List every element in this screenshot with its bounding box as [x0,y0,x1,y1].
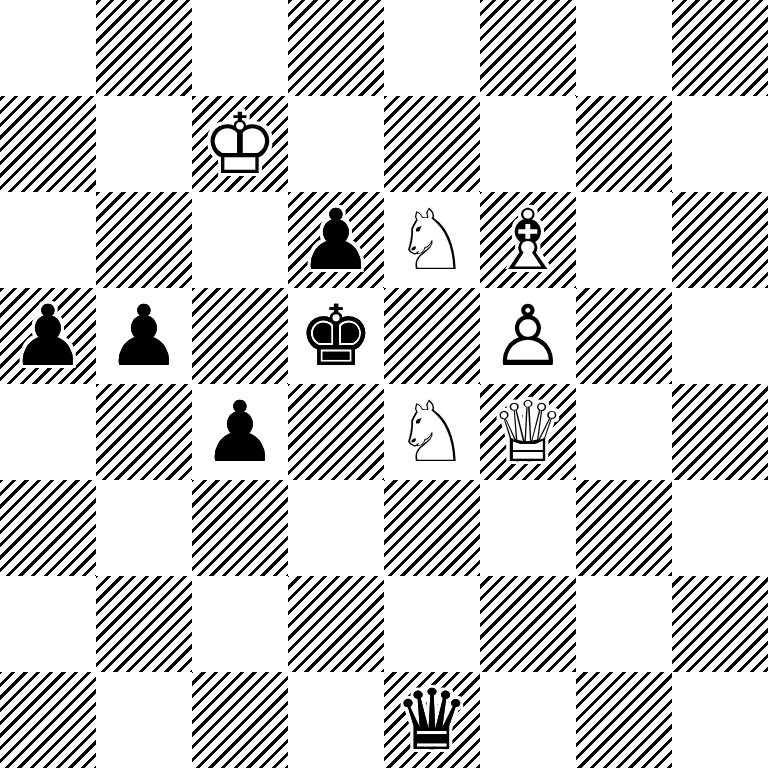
square-f1[interactable] [480,672,576,768]
square-d7[interactable] [288,96,384,192]
square-c4[interactable]: ♟♟ [192,384,288,480]
square-g6[interactable] [576,192,672,288]
square-b7[interactable] [96,96,192,192]
square-b6[interactable] [96,192,192,288]
square-d4[interactable] [288,384,384,480]
white-pawn-glyph: ♙ [480,288,576,384]
square-c5[interactable] [192,288,288,384]
square-a5[interactable]: ♟♟ [0,288,96,384]
square-b4[interactable] [96,384,192,480]
black-queen-glyph: ♛ [384,672,480,768]
chess-diagram: ♚♔♟♟♞♘♝♗♟♟♟♟♚♚♟♙♟♟♞♘♛♕♛♛ [0,0,768,768]
white-bishop-f6[interactable]: ♝♗ [480,192,576,288]
white-king-glyph: ♔ [192,96,288,192]
square-a6[interactable] [0,192,96,288]
square-b2[interactable] [96,576,192,672]
white-bishop-glyph: ♗ [480,192,576,288]
white-pawn-f5[interactable]: ♟♙ [480,288,576,384]
black-pawn-glyph: ♟ [96,288,192,384]
black-pawn-c4[interactable]: ♟♟ [192,384,288,480]
square-f7[interactable] [480,96,576,192]
square-e7[interactable] [384,96,480,192]
square-a4[interactable] [0,384,96,480]
black-pawn-b5[interactable]: ♟♟ [96,288,192,384]
square-a3[interactable] [0,480,96,576]
white-queen-glyph: ♕ [480,384,576,480]
square-b8[interactable] [96,0,192,96]
black-queen-e1[interactable]: ♛♛ [384,672,480,768]
square-a8[interactable] [0,0,96,96]
square-h6[interactable] [672,192,768,288]
square-b3[interactable] [96,480,192,576]
square-h7[interactable] [672,96,768,192]
square-f4[interactable]: ♛♕ [480,384,576,480]
black-pawn-glyph: ♟ [0,288,96,384]
square-d2[interactable] [288,576,384,672]
square-c1[interactable] [192,672,288,768]
square-e4[interactable]: ♞♘ [384,384,480,480]
black-king-glyph: ♚ [288,288,384,384]
white-knight-glyph: ♘ [384,384,480,480]
square-e2[interactable] [384,576,480,672]
white-knight-e6[interactable]: ♞♘ [384,192,480,288]
square-h3[interactable] [672,480,768,576]
white-queen-f4[interactable]: ♛♕ [480,384,576,480]
square-c8[interactable] [192,0,288,96]
white-king-c7[interactable]: ♚♔ [192,96,288,192]
square-e1[interactable]: ♛♛ [384,672,480,768]
square-g5[interactable] [576,288,672,384]
square-d3[interactable] [288,480,384,576]
black-pawn-glyph: ♟ [192,384,288,480]
square-g8[interactable] [576,0,672,96]
square-g4[interactable] [576,384,672,480]
square-c7[interactable]: ♚♔ [192,96,288,192]
square-f8[interactable] [480,0,576,96]
square-d1[interactable] [288,672,384,768]
square-g1[interactable] [576,672,672,768]
chess-board: ♚♔♟♟♞♘♝♗♟♟♟♟♚♚♟♙♟♟♞♘♛♕♛♛ [0,0,768,768]
square-h8[interactable] [672,0,768,96]
black-king-d5[interactable]: ♚♚ [288,288,384,384]
square-f3[interactable] [480,480,576,576]
square-b5[interactable]: ♟♟ [96,288,192,384]
square-f6[interactable]: ♝♗ [480,192,576,288]
square-e8[interactable] [384,0,480,96]
square-f2[interactable] [480,576,576,672]
square-c6[interactable] [192,192,288,288]
square-b1[interactable] [96,672,192,768]
square-a2[interactable] [0,576,96,672]
white-knight-e4[interactable]: ♞♘ [384,384,480,480]
black-pawn-a5[interactable]: ♟♟ [0,288,96,384]
square-a1[interactable] [0,672,96,768]
square-d8[interactable] [288,0,384,96]
square-h2[interactable] [672,576,768,672]
square-c3[interactable] [192,480,288,576]
square-h4[interactable] [672,384,768,480]
black-pawn-d6[interactable]: ♟♟ [288,192,384,288]
square-e6[interactable]: ♞♘ [384,192,480,288]
black-pawn-glyph: ♟ [288,192,384,288]
square-d6[interactable]: ♟♟ [288,192,384,288]
square-g3[interactable] [576,480,672,576]
white-knight-glyph: ♘ [384,192,480,288]
square-e3[interactable] [384,480,480,576]
square-g7[interactable] [576,96,672,192]
square-h1[interactable] [672,672,768,768]
square-h5[interactable] [672,288,768,384]
square-e5[interactable] [384,288,480,384]
square-c2[interactable] [192,576,288,672]
square-f5[interactable]: ♟♙ [480,288,576,384]
square-g2[interactable] [576,576,672,672]
square-a7[interactable] [0,96,96,192]
square-d5[interactable]: ♚♚ [288,288,384,384]
